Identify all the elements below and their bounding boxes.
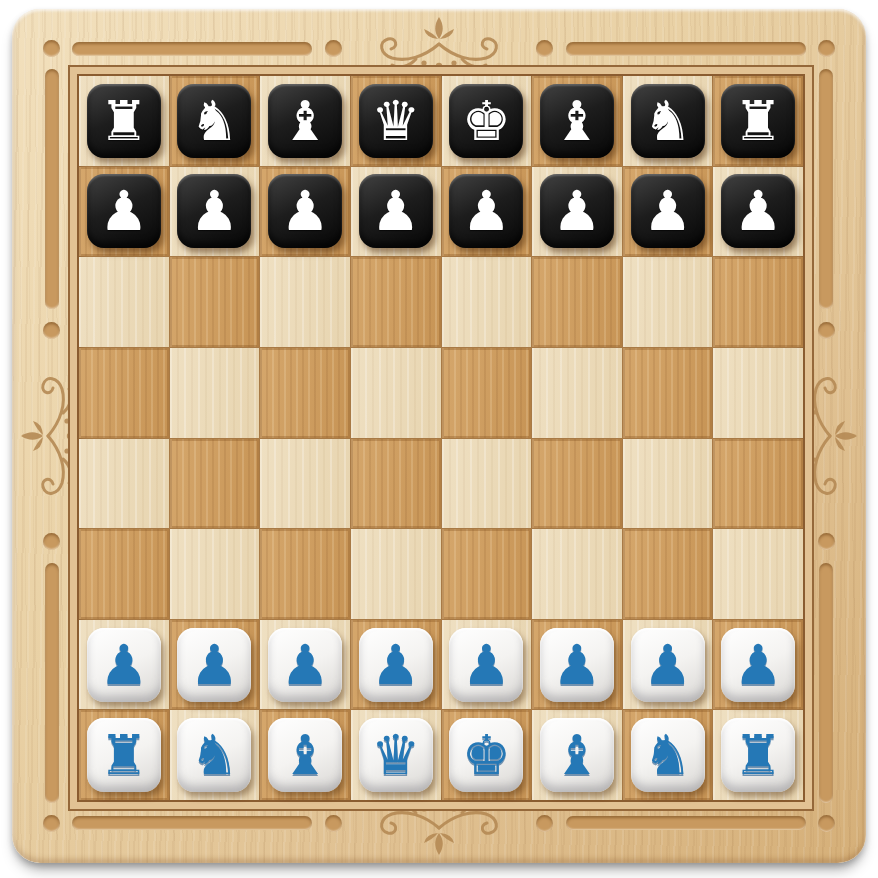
square-d8[interactable]: ♛ (351, 76, 441, 166)
square-b2[interactable]: ♟ (170, 620, 260, 710)
piece-glyph: ♚ (462, 84, 511, 158)
scroll-flourish-icon (802, 351, 860, 521)
white-pawn-piece[interactable]: ♟ (540, 628, 614, 702)
scroll-flourish-icon (354, 800, 524, 858)
white-pawn-piece[interactable]: ♟ (268, 628, 342, 702)
flourish-ornament-icon (354, 14, 524, 72)
black-pawn-piece[interactable]: ♟ (721, 174, 795, 248)
square-a2[interactable]: ♟ (79, 620, 169, 710)
frame-groove-dot (325, 815, 342, 832)
square-d1[interactable]: ♛ (351, 710, 441, 800)
piece-glyph: ♜ (99, 84, 148, 158)
piece-glyph: ♟ (734, 174, 783, 248)
frame-groove-bar (72, 816, 312, 830)
flourish-ornament-icon (18, 351, 76, 521)
frame-groove-bar (72, 42, 312, 56)
square-b3[interactable] (170, 529, 260, 619)
black-pawn-piece[interactable]: ♟ (177, 174, 251, 248)
frame-groove-bar (566, 816, 806, 830)
piece-glyph: ♟ (462, 174, 511, 248)
square-g4[interactable] (623, 439, 713, 529)
frame-groove-bar (45, 563, 59, 803)
square-a4[interactable] (79, 439, 169, 529)
black-queen-piece[interactable]: ♛ (359, 84, 433, 158)
black-pawn-piece[interactable]: ♟ (268, 174, 342, 248)
frame-groove-dot (325, 40, 342, 57)
piece-glyph: ♜ (99, 718, 148, 792)
square-f7[interactable]: ♟ (532, 167, 622, 257)
piece-glyph: ♝ (552, 84, 601, 158)
black-pawn-piece[interactable]: ♟ (449, 174, 523, 248)
square-b6[interactable] (170, 257, 260, 347)
square-a7[interactable]: ♟ (79, 167, 169, 257)
square-c6[interactable] (260, 257, 350, 347)
frame-groove-dot (536, 815, 553, 832)
black-pawn-piece[interactable]: ♟ (631, 174, 705, 248)
piece-glyph: ♟ (552, 628, 601, 702)
square-b1[interactable]: ♞ (170, 710, 260, 800)
frame-groove-dot (43, 533, 60, 550)
piece-glyph: ♟ (190, 174, 239, 248)
piece-glyph: ♟ (280, 174, 329, 248)
square-c1[interactable]: ♝ (260, 710, 350, 800)
frame-groove-bar (819, 563, 833, 803)
square-g3[interactable] (623, 529, 713, 619)
flourish-ornament-icon (354, 800, 524, 858)
square-c4[interactable] (260, 439, 350, 529)
white-knight-piece[interactable]: ♞ (631, 718, 705, 792)
piece-glyph: ♟ (552, 174, 601, 248)
piece-glyph: ♟ (371, 628, 420, 702)
black-king-piece[interactable]: ♚ (449, 84, 523, 158)
frame-groove-dot (818, 533, 835, 550)
piece-glyph: ♞ (190, 84, 239, 158)
square-h1[interactable]: ♜ (713, 710, 803, 800)
piece-glyph: ♞ (190, 718, 239, 792)
piece-glyph: ♝ (552, 718, 601, 792)
piece-glyph: ♟ (462, 628, 511, 702)
square-b5[interactable] (170, 348, 260, 438)
piece-glyph: ♜ (734, 84, 783, 158)
square-e6[interactable] (442, 257, 532, 347)
square-h2[interactable]: ♟ (713, 620, 803, 710)
square-f3[interactable] (532, 529, 622, 619)
square-e2[interactable]: ♟ (442, 620, 532, 710)
black-bishop-piece[interactable]: ♝ (268, 84, 342, 158)
piece-glyph: ♟ (371, 174, 420, 248)
square-d5[interactable] (351, 348, 441, 438)
piece-glyph: ♛ (371, 718, 420, 792)
square-d6[interactable] (351, 257, 441, 347)
square-f8[interactable]: ♝ (532, 76, 622, 166)
black-pawn-piece[interactable]: ♟ (359, 174, 433, 248)
square-h6[interactable] (713, 257, 803, 347)
square-e1[interactable]: ♚ (442, 710, 532, 800)
square-f5[interactable] (532, 348, 622, 438)
square-c2[interactable]: ♟ (260, 620, 350, 710)
chess-board-frame: ♜♞♝♛♚♝♞♜♟♟♟♟♟♟♟♟♟♟♟♟♟♟♟♟♜♞♝♛♚♝♞♜ (12, 9, 866, 863)
square-g2[interactable]: ♟ (623, 620, 713, 710)
piece-glyph: ♛ (371, 84, 420, 158)
piece-glyph: ♟ (99, 628, 148, 702)
piece-glyph: ♟ (734, 628, 783, 702)
white-king-piece[interactable]: ♚ (449, 718, 523, 792)
flourish-ornament-icon (802, 351, 860, 521)
black-pawn-piece[interactable]: ♟ (87, 174, 161, 248)
square-c3[interactable] (260, 529, 350, 619)
frame-groove-dot (43, 322, 60, 339)
white-pawn-piece[interactable]: ♟ (721, 628, 795, 702)
black-rook-piece[interactable]: ♜ (721, 84, 795, 158)
square-f4[interactable] (532, 439, 622, 529)
piece-glyph: ♟ (99, 174, 148, 248)
white-pawn-piece[interactable]: ♟ (449, 628, 523, 702)
square-h7[interactable]: ♟ (713, 167, 803, 257)
frame-groove-bar (566, 42, 806, 56)
frame-corner-dot (43, 815, 60, 832)
square-d2[interactable]: ♟ (351, 620, 441, 710)
square-a3[interactable] (79, 529, 169, 619)
square-g1[interactable]: ♞ (623, 710, 713, 800)
square-b4[interactable] (170, 439, 260, 529)
square-e8[interactable]: ♚ (442, 76, 532, 166)
square-h3[interactable] (713, 529, 803, 619)
black-pawn-piece[interactable]: ♟ (540, 174, 614, 248)
square-g8[interactable]: ♞ (623, 76, 713, 166)
square-d4[interactable] (351, 439, 441, 529)
frame-groove-dot (818, 322, 835, 339)
square-a5[interactable] (79, 348, 169, 438)
scroll-flourish-icon (18, 351, 76, 521)
frame-groove-bar (819, 69, 833, 309)
white-queen-piece[interactable]: ♛ (359, 718, 433, 792)
checkerboard-inner-frame: ♜♞♝♛♚♝♞♜♟♟♟♟♟♟♟♟♟♟♟♟♟♟♟♟♜♞♝♛♚♝♞♜ (77, 74, 805, 802)
square-e4[interactable] (442, 439, 532, 529)
piece-glyph: ♟ (643, 628, 692, 702)
black-knight-piece[interactable]: ♞ (177, 84, 251, 158)
square-g5[interactable] (623, 348, 713, 438)
white-bishop-piece[interactable]: ♝ (268, 718, 342, 792)
white-rook-piece[interactable]: ♜ (87, 718, 161, 792)
square-e3[interactable] (442, 529, 532, 619)
piece-glyph: ♝ (280, 84, 329, 158)
piece-glyph: ♟ (643, 174, 692, 248)
frame-groove-bar (45, 69, 59, 309)
white-pawn-piece[interactable]: ♟ (87, 628, 161, 702)
square-c7[interactable]: ♟ (260, 167, 350, 257)
white-pawn-piece[interactable]: ♟ (359, 628, 433, 702)
black-bishop-piece[interactable]: ♝ (540, 84, 614, 158)
square-a8[interactable]: ♜ (79, 76, 169, 166)
square-h8[interactable]: ♜ (713, 76, 803, 166)
frame-corner-dot (818, 815, 835, 832)
square-a6[interactable] (79, 257, 169, 347)
square-d7[interactable]: ♟ (351, 167, 441, 257)
square-b7[interactable]: ♟ (170, 167, 260, 257)
square-e7[interactable]: ♟ (442, 167, 532, 257)
white-bishop-piece[interactable]: ♝ (540, 718, 614, 792)
scroll-flourish-icon (354, 14, 524, 72)
black-knight-piece[interactable]: ♞ (631, 84, 705, 158)
white-rook-piece[interactable]: ♜ (721, 718, 795, 792)
white-pawn-piece[interactable]: ♟ (631, 628, 705, 702)
frame-groove-dot (536, 40, 553, 57)
piece-glyph: ♚ (462, 718, 511, 792)
square-e5[interactable] (442, 348, 532, 438)
square-h4[interactable] (713, 439, 803, 529)
frame-corner-dot (818, 40, 835, 57)
chess-board[interactable]: ♜♞♝♛♚♝♞♜♟♟♟♟♟♟♟♟♟♟♟♟♟♟♟♟♜♞♝♛♚♝♞♜ (79, 76, 803, 800)
piece-glyph: ♞ (643, 84, 692, 158)
square-f1[interactable]: ♝ (532, 710, 622, 800)
white-pawn-piece[interactable]: ♟ (177, 628, 251, 702)
square-a1[interactable]: ♜ (79, 710, 169, 800)
square-f2[interactable]: ♟ (532, 620, 622, 710)
square-c5[interactable] (260, 348, 350, 438)
square-b8[interactable]: ♞ (170, 76, 260, 166)
square-f6[interactable] (532, 257, 622, 347)
square-g7[interactable]: ♟ (623, 167, 713, 257)
square-d3[interactable] (351, 529, 441, 619)
white-knight-piece[interactable]: ♞ (177, 718, 251, 792)
piece-glyph: ♜ (734, 718, 783, 792)
square-c8[interactable]: ♝ (260, 76, 350, 166)
square-g6[interactable] (623, 257, 713, 347)
piece-glyph: ♞ (643, 718, 692, 792)
square-h5[interactable] (713, 348, 803, 438)
black-rook-piece[interactable]: ♜ (87, 84, 161, 158)
piece-glyph: ♝ (280, 718, 329, 792)
piece-glyph: ♟ (280, 628, 329, 702)
piece-glyph: ♟ (190, 628, 239, 702)
frame-corner-dot (43, 40, 60, 57)
